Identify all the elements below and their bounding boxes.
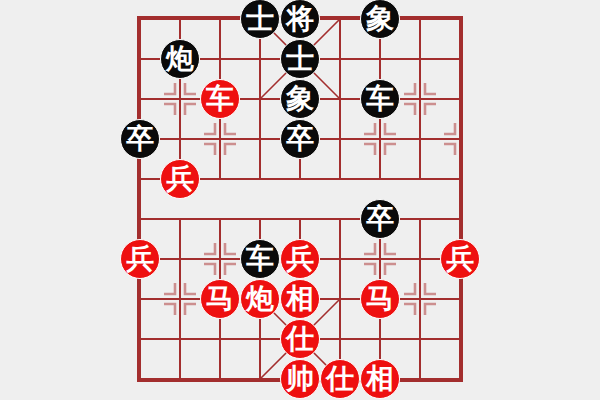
piece-red-elephant[interactable]: 相 <box>280 279 320 319</box>
piece-black-general[interactable]: 将 <box>280 0 320 39</box>
piece-black-elephant[interactable]: 象 <box>280 79 320 119</box>
piece-black-chariot[interactable]: 车 <box>240 239 280 279</box>
piece-black-soldier[interactable]: 卒 <box>360 199 400 239</box>
piece-red-horse[interactable]: 马 <box>200 279 240 319</box>
piece-red-advisor[interactable]: 仕 <box>320 359 360 399</box>
piece-red-cannon[interactable]: 炮 <box>240 279 280 319</box>
piece-red-chariot[interactable]: 车 <box>200 79 240 119</box>
xiangqi-app: 士将象炮士象车车卒卒兵卒兵车兵兵马炮相马仕帅仕相 <box>0 0 600 400</box>
piece-red-soldier[interactable]: 兵 <box>120 239 160 279</box>
piece-black-soldier[interactable]: 卒 <box>120 119 160 159</box>
pieces-layer: 士将象炮士象车车卒卒兵卒兵车兵兵马炮相马仕帅仕相 <box>120 0 480 399</box>
piece-red-general[interactable]: 帅 <box>280 359 320 399</box>
piece-black-advisor[interactable]: 士 <box>280 39 320 79</box>
piece-red-soldier[interactable]: 兵 <box>440 239 480 279</box>
piece-black-advisor[interactable]: 士 <box>240 0 280 39</box>
piece-black-soldier[interactable]: 卒 <box>280 119 320 159</box>
piece-black-cannon[interactable]: 炮 <box>160 39 200 79</box>
piece-black-chariot[interactable]: 车 <box>360 79 400 119</box>
piece-black-elephant[interactable]: 象 <box>360 0 400 39</box>
piece-red-elephant[interactable]: 相 <box>360 359 400 399</box>
piece-red-soldier[interactable]: 兵 <box>160 159 200 199</box>
piece-red-horse[interactable]: 马 <box>360 279 400 319</box>
piece-red-soldier[interactable]: 兵 <box>280 239 320 279</box>
piece-red-advisor[interactable]: 仕 <box>280 319 320 359</box>
